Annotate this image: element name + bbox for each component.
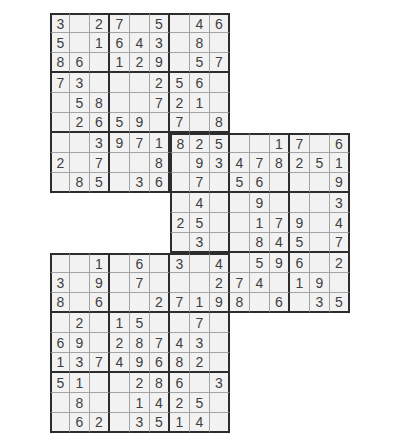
- given-cell: 6: [90, 293, 110, 313]
- given-cell: 7: [330, 233, 350, 253]
- empty-cell[interactable]: [270, 173, 290, 193]
- empty-cell[interactable]: [290, 293, 310, 313]
- empty-cell[interactable]: [110, 273, 130, 293]
- given-cell: 3: [210, 153, 230, 173]
- given-cell: 7: [90, 353, 110, 373]
- empty-cell[interactable]: [50, 253, 70, 273]
- given-cell: 6: [50, 333, 70, 353]
- given-cell: 2: [130, 53, 150, 73]
- given-cell: 5: [250, 253, 270, 273]
- given-cell: 7: [150, 333, 170, 353]
- given-cell: 1: [50, 353, 70, 373]
- given-cell: 3: [90, 133, 110, 153]
- empty-cell[interactable]: [310, 253, 330, 273]
- given-cell: 2: [110, 333, 130, 353]
- empty-cell[interactable]: [70, 293, 90, 313]
- given-cell: 6: [110, 33, 130, 53]
- given-cell: 5: [170, 73, 190, 93]
- given-cell: 9: [90, 273, 110, 293]
- empty-cell[interactable]: [170, 173, 190, 193]
- empty-cell[interactable]: [50, 173, 70, 193]
- empty-cell[interactable]: [330, 273, 350, 293]
- empty-cell[interactable]: [110, 73, 130, 93]
- empty-cell[interactable]: [210, 33, 230, 53]
- empty-cell[interactable]: [70, 133, 90, 153]
- given-cell: 3: [70, 353, 90, 373]
- given-cell: 2: [170, 93, 190, 113]
- given-cell: 5: [190, 53, 210, 73]
- given-cell: 9: [110, 133, 130, 153]
- given-cell: 4: [130, 33, 150, 53]
- empty-cell[interactable]: [50, 113, 70, 133]
- given-cell: 9: [70, 333, 90, 353]
- given-cell: 5: [110, 113, 130, 133]
- given-cell: 6: [210, 13, 230, 33]
- given-cell: 5: [50, 33, 70, 53]
- given-cell: 9: [270, 253, 290, 273]
- empty-cell[interactable]: [170, 313, 190, 333]
- empty-cell[interactable]: [250, 133, 270, 153]
- given-cell: 9: [190, 153, 210, 173]
- given-cell: 2: [190, 133, 210, 153]
- given-cell: 6: [150, 173, 170, 193]
- empty-cell[interactable]: [110, 393, 130, 413]
- given-cell: 9: [290, 213, 310, 233]
- given-cell: 7: [130, 273, 150, 293]
- empty-cell[interactable]: [150, 253, 170, 273]
- empty-cell[interactable]: [70, 273, 90, 293]
- given-cell: 3: [50, 13, 70, 33]
- given-cell: 4: [190, 13, 210, 33]
- given-cell: 3: [130, 413, 150, 433]
- given-cell: 3: [190, 333, 210, 353]
- given-cell: 3: [310, 293, 330, 313]
- empty-cell[interactable]: [230, 133, 250, 153]
- given-cell: 1: [250, 213, 270, 233]
- given-cell: 7: [250, 153, 270, 173]
- given-cell: 1: [130, 393, 150, 413]
- empty-cell[interactable]: [310, 173, 330, 193]
- empty-cell[interactable]: [250, 293, 270, 313]
- given-cell: 6: [170, 373, 190, 393]
- empty-cell[interactable]: [210, 73, 230, 93]
- empty-cell[interactable]: [290, 173, 310, 193]
- given-cell: 6: [190, 73, 210, 93]
- empty-cell[interactable]: [50, 133, 70, 153]
- empty-cell[interactable]: [310, 133, 330, 153]
- empty-cell[interactable]: [130, 153, 150, 173]
- empty-cell[interactable]: [90, 313, 110, 333]
- given-cell: 2: [70, 313, 90, 333]
- given-cell: 1: [110, 53, 130, 73]
- given-cell: 7: [170, 293, 190, 313]
- given-cell: 6: [130, 253, 150, 273]
- given-cell: 9: [210, 293, 230, 313]
- empty-cell[interactable]: [150, 113, 170, 133]
- empty-cell[interactable]: [50, 393, 70, 413]
- board: 3275465164388612957732565872126597839718…: [0, 0, 400, 441]
- empty-cell[interactable]: [110, 153, 130, 173]
- empty-cell[interactable]: [90, 333, 110, 353]
- empty-cell[interactable]: [70, 33, 90, 53]
- given-cell: 4: [230, 153, 250, 173]
- given-cell: 6: [270, 293, 290, 313]
- empty-cell[interactable]: [270, 193, 290, 213]
- given-cell: 9: [250, 193, 270, 213]
- given-cell: 6: [90, 113, 110, 133]
- given-cell: 7: [190, 313, 210, 333]
- given-cell: 2: [90, 413, 110, 433]
- empty-cell[interactable]: [90, 53, 110, 73]
- given-cell: 8: [130, 333, 150, 353]
- empty-cell[interactable]: [150, 313, 170, 333]
- given-cell: 5: [310, 153, 330, 173]
- given-cell: 3: [150, 33, 170, 53]
- empty-cell[interactable]: [190, 373, 210, 393]
- given-cell: 4: [250, 273, 270, 293]
- given-cell: 5: [70, 93, 90, 113]
- given-cell: 3: [330, 193, 350, 213]
- empty-cell[interactable]: [110, 373, 130, 393]
- given-cell: 8: [270, 153, 290, 173]
- empty-cell[interactable]: [230, 213, 250, 233]
- given-cell: 4: [150, 393, 170, 413]
- given-cell: 7: [170, 113, 190, 133]
- given-cell: 7: [190, 173, 210, 193]
- given-cell: 2: [130, 373, 150, 393]
- given-cell: 5: [190, 393, 210, 413]
- given-cell: 6: [330, 133, 350, 153]
- empty-cell[interactable]: [210, 313, 230, 333]
- given-cell: 5: [230, 173, 250, 193]
- empty-cell[interactable]: [70, 153, 90, 173]
- given-cell: 6: [70, 53, 90, 73]
- given-cell: 6: [70, 413, 90, 433]
- empty-cell[interactable]: [170, 53, 190, 73]
- empty-cell[interactable]: [130, 93, 150, 113]
- given-cell: 7: [150, 93, 170, 113]
- given-cell: 2: [50, 153, 70, 173]
- empty-cell[interactable]: [210, 413, 230, 433]
- empty-cell[interactable]: [290, 193, 310, 213]
- empty-cell[interactable]: [210, 173, 230, 193]
- given-cell: 5: [130, 313, 150, 333]
- given-cell: 8: [250, 233, 270, 253]
- given-cell: 2: [150, 73, 170, 93]
- given-cell: 8: [150, 153, 170, 173]
- given-cell: 8: [70, 393, 90, 413]
- given-cell: 7: [290, 133, 310, 153]
- sudoku-grid-bottom-left: 1634397286271921576928743137496825128638…: [50, 253, 230, 433]
- given-cell: 9: [330, 173, 350, 193]
- given-cell: 9: [310, 273, 330, 293]
- empty-cell[interactable]: [170, 153, 190, 173]
- given-cell: 4: [190, 193, 210, 213]
- empty-cell[interactable]: [170, 33, 190, 53]
- empty-cell[interactable]: [70, 13, 90, 33]
- empty-cell[interactable]: [210, 193, 230, 213]
- empty-cell[interactable]: [170, 193, 190, 213]
- given-cell: 1: [330, 153, 350, 173]
- given-cell: 3: [210, 373, 230, 393]
- given-cell: 8: [50, 293, 70, 313]
- empty-cell[interactable]: [150, 273, 170, 293]
- given-cell: 3: [70, 73, 90, 93]
- empty-cell[interactable]: [310, 213, 330, 233]
- empty-cell[interactable]: [270, 273, 290, 293]
- given-cell: 4: [270, 233, 290, 253]
- given-cell: 2: [90, 13, 110, 33]
- empty-cell[interactable]: [130, 293, 150, 313]
- empty-cell[interactable]: [210, 353, 230, 373]
- given-cell: 2: [210, 273, 230, 293]
- given-cell: 5: [210, 133, 230, 153]
- given-cell: 3: [50, 273, 70, 293]
- empty-cell[interactable]: [210, 393, 230, 413]
- given-cell: 4: [190, 413, 210, 433]
- given-cell: 2: [190, 353, 210, 373]
- given-cell: 8: [70, 173, 90, 193]
- given-cell: 9: [150, 53, 170, 73]
- given-cell: 5: [330, 293, 350, 313]
- empty-cell[interactable]: [70, 253, 90, 273]
- given-cell: 6: [150, 353, 170, 373]
- given-cell: 1: [150, 133, 170, 153]
- given-cell: 9: [130, 353, 150, 373]
- empty-cell[interactable]: [110, 93, 130, 113]
- given-cell: 8: [230, 293, 250, 313]
- empty-cell[interactable]: [210, 333, 230, 353]
- given-cell: 7: [130, 133, 150, 153]
- empty-cell[interactable]: [50, 93, 70, 113]
- given-cell: 2: [150, 293, 170, 313]
- empty-cell[interactable]: [130, 13, 150, 33]
- given-cell: 4: [170, 333, 190, 353]
- empty-cell[interactable]: [170, 13, 190, 33]
- given-cell: 5: [150, 13, 170, 33]
- given-cell: 6: [250, 173, 270, 193]
- given-cell: 1: [270, 133, 290, 153]
- given-cell: 7: [270, 213, 290, 233]
- given-cell: 1: [110, 313, 130, 333]
- empty-cell[interactable]: [90, 73, 110, 93]
- given-cell: 1: [190, 93, 210, 113]
- empty-cell[interactable]: [310, 193, 330, 213]
- empty-cell[interactable]: [230, 193, 250, 213]
- given-cell: 8: [210, 113, 230, 133]
- given-cell: 6: [290, 253, 310, 273]
- given-cell: 8: [170, 133, 190, 153]
- given-cell: 7: [230, 273, 250, 293]
- empty-cell[interactable]: [230, 253, 250, 273]
- given-cell: 2: [170, 213, 190, 233]
- empty-cell[interactable]: [50, 413, 70, 433]
- empty-cell[interactable]: [190, 273, 210, 293]
- empty-cell[interactable]: [110, 293, 130, 313]
- empty-cell[interactable]: [110, 173, 130, 193]
- empty-cell[interactable]: [110, 413, 130, 433]
- given-cell: 3: [130, 173, 150, 193]
- given-cell: 5: [290, 233, 310, 253]
- empty-cell[interactable]: [230, 233, 250, 253]
- given-cell: 4: [330, 213, 350, 233]
- empty-cell[interactable]: [170, 233, 190, 253]
- given-cell: 8: [50, 53, 70, 73]
- empty-cell[interactable]: [110, 253, 130, 273]
- given-cell: 2: [330, 253, 350, 273]
- given-cell: 1: [290, 273, 310, 293]
- given-cell: 1: [90, 33, 110, 53]
- given-cell: 5: [190, 213, 210, 233]
- given-cell: 2: [70, 113, 90, 133]
- empty-cell[interactable]: [90, 393, 110, 413]
- given-cell: 1: [90, 253, 110, 273]
- given-cell: 5: [50, 373, 70, 393]
- given-cell: 3: [190, 233, 210, 253]
- given-cell: 7: [110, 13, 130, 33]
- empty-cell[interactable]: [210, 233, 230, 253]
- given-cell: 7: [50, 73, 70, 93]
- given-cell: 4: [110, 353, 130, 373]
- given-cell: 8: [90, 93, 110, 113]
- empty-cell[interactable]: [50, 313, 70, 333]
- empty-cell[interactable]: [310, 233, 330, 253]
- given-cell: 4: [210, 253, 230, 273]
- given-cell: 3: [170, 253, 190, 273]
- given-cell: 2: [290, 153, 310, 173]
- empty-cell[interactable]: [90, 373, 110, 393]
- given-cell: 8: [170, 353, 190, 373]
- empty-cell[interactable]: [190, 253, 210, 273]
- empty-cell[interactable]: [130, 73, 150, 93]
- given-cell: 7: [210, 53, 230, 73]
- given-cell: 5: [150, 413, 170, 433]
- given-cell: 1: [190, 293, 210, 313]
- given-cell: 9: [130, 113, 150, 133]
- empty-cell[interactable]: [170, 273, 190, 293]
- given-cell: 8: [190, 33, 210, 53]
- empty-cell[interactable]: [210, 213, 230, 233]
- given-cell: 2: [170, 393, 190, 413]
- given-cell: 1: [170, 413, 190, 433]
- given-cell: 1: [70, 373, 90, 393]
- given-cell: 7: [90, 153, 110, 173]
- empty-cell[interactable]: [210, 93, 230, 113]
- given-cell: 8: [150, 373, 170, 393]
- given-cell: 5: [90, 173, 110, 193]
- empty-cell[interactable]: [190, 113, 210, 133]
